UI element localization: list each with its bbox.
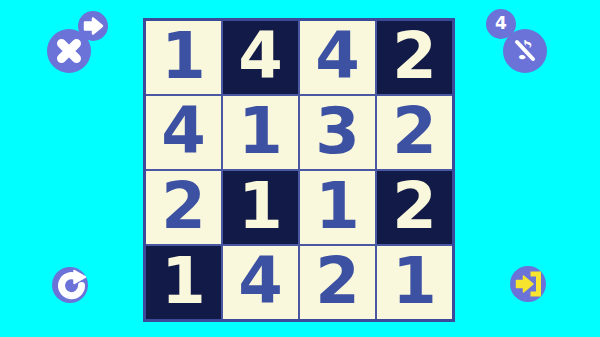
next-button[interactable] [78,11,108,41]
arrow-right-icon [78,11,108,41]
cell-r4c3[interactable]: 2 [300,246,375,319]
cell-r2c2[interactable]: 1 [223,96,298,169]
cell-r3c1[interactable]: 2 [146,171,221,244]
cell-r1c2[interactable]: 4 [223,21,298,94]
game-screen: 1442413221121421 4 ♪ [0,0,600,337]
hitori-board: 1442413221121421 [143,18,455,322]
cell-r3c4[interactable]: 2 [377,171,452,244]
exit-button[interactable] [510,266,546,302]
music-off-icon: ♪ [503,29,547,73]
cell-r1c1[interactable]: 1 [146,21,221,94]
cell-r2c4[interactable]: 2 [377,96,452,169]
cell-r3c2[interactable]: 1 [223,171,298,244]
exit-door-icon [510,266,546,302]
cell-r3c3[interactable]: 1 [300,171,375,244]
refresh-icon [52,267,88,303]
restart-button[interactable] [52,267,88,303]
music-toggle-button[interactable]: ♪ [503,29,547,73]
cell-r4c4[interactable]: 1 [377,246,452,319]
cell-r4c1[interactable]: 1 [146,246,221,319]
cell-r2c1[interactable]: 4 [146,96,221,169]
cell-r4c2[interactable]: 4 [223,246,298,319]
cell-r1c3[interactable]: 4 [300,21,375,94]
cell-r2c3[interactable]: 3 [300,96,375,169]
cell-r1c4[interactable]: 2 [377,21,452,94]
